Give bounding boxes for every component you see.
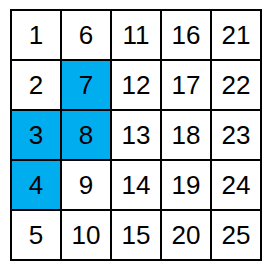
grid-cell-22[interactable]: 22 — [212, 61, 260, 109]
grid-cell-17[interactable]: 17 — [162, 61, 210, 109]
grid-cell-7[interactable]: 7 — [62, 61, 110, 109]
grid-cell-21[interactable]: 21 — [212, 11, 260, 59]
grid-cell-24[interactable]: 24 — [212, 161, 260, 209]
grid-cell-6[interactable]: 6 — [62, 11, 110, 59]
grid-cell-10[interactable]: 10 — [62, 211, 110, 259]
grid-cell-23[interactable]: 23 — [212, 111, 260, 159]
grid-cell-13[interactable]: 13 — [112, 111, 160, 159]
grid-cell-3[interactable]: 3 — [12, 111, 60, 159]
grid-cell-19[interactable]: 19 — [162, 161, 210, 209]
grid-cell-11[interactable]: 11 — [112, 11, 160, 59]
grid-cell-5[interactable]: 5 — [12, 211, 60, 259]
grid-cell-15[interactable]: 15 — [112, 211, 160, 259]
grid-cell-9[interactable]: 9 — [62, 161, 110, 209]
grid-cell-16[interactable]: 16 — [162, 11, 210, 59]
grid-cell-20[interactable]: 20 — [162, 211, 210, 259]
number-grid-board: 1611162127121722381318234914192451015202… — [10, 9, 262, 261]
grid-cell-12[interactable]: 12 — [112, 61, 160, 109]
grid-cell-18[interactable]: 18 — [162, 111, 210, 159]
grid-cell-2[interactable]: 2 — [12, 61, 60, 109]
grid-cell-25[interactable]: 25 — [212, 211, 260, 259]
grid-cell-1[interactable]: 1 — [12, 11, 60, 59]
grid-cell-14[interactable]: 14 — [112, 161, 160, 209]
grid-cell-4[interactable]: 4 — [12, 161, 60, 209]
grid-cell-8[interactable]: 8 — [62, 111, 110, 159]
